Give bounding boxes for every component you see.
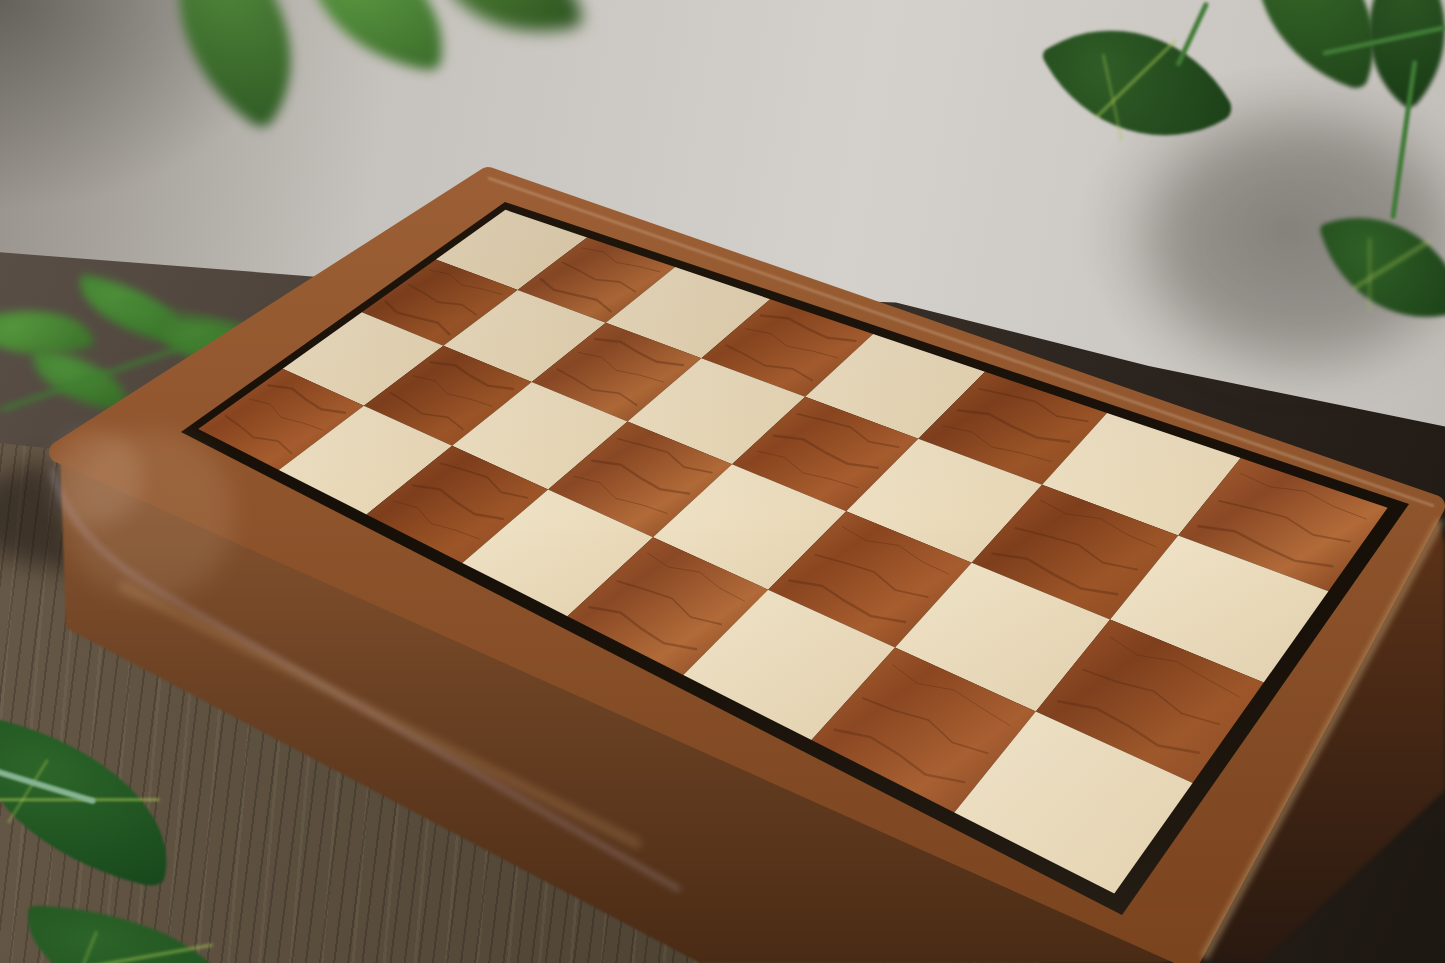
pothos-leaf — [22, 905, 238, 963]
leaf-vein — [73, 931, 98, 963]
leaf-vein — [7, 759, 49, 824]
plant-leaves-foreground — [0, 0, 1445, 963]
scene — [0, 0, 1445, 963]
pothos-leaf — [0, 716, 192, 889]
leaf-vein — [47, 943, 213, 963]
